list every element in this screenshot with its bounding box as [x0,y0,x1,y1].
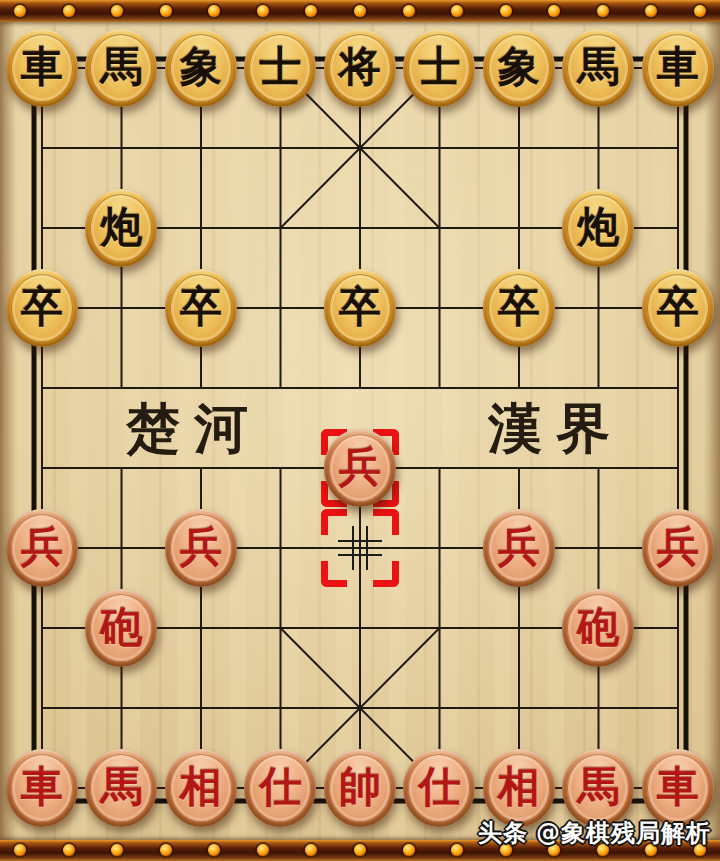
intersection-8-3[interactable]: 卒 [638,268,718,348]
piece-red-cannon[interactable]: 砲 [562,589,634,667]
intersection-1-3[interactable] [82,268,162,348]
piece-red-general[interactable]: 帥 [324,749,396,827]
piece-character: 馬 [100,46,142,90]
rivet-stud-icon [160,844,172,856]
intersection-6-0[interactable]: 象 [479,28,559,108]
piece-black-soldier[interactable]: 卒 [642,269,714,347]
piece-red-chariot[interactable]: 車 [642,749,714,827]
rivet-stud-icon [111,844,123,856]
intersection-8-8[interactable] [638,668,718,748]
rivet-stud-icon [14,5,26,17]
watermark: 头条@象棋残局解析 [478,817,711,849]
xiangqi-app: 楚河 漢界 車馬象士将士象馬車炮炮卒卒卒卒卒兵兵兵兵兵砲砲車馬相仕帥仕相馬車 头… [0,0,720,861]
intersection-2-9[interactable]: 相 [161,748,241,828]
piece-character: 卒 [180,286,222,330]
intersection-7-1[interactable] [559,108,639,188]
rivet-stud-icon [500,5,512,17]
intersection-1-2[interactable]: 炮 [82,188,162,268]
piece-character: 兵 [180,526,222,570]
intersection-5-2[interactable] [400,188,480,268]
piece-red-soldier[interactable]: 兵 [483,509,555,587]
intersection-3-2[interactable] [241,188,321,268]
intersection-3-9[interactable]: 仕 [241,748,321,828]
piece-black-horse[interactable]: 馬 [85,29,157,107]
intersection-3-4[interactable] [241,348,321,428]
piece-character: 卒 [657,286,699,330]
intersection-5-1[interactable] [400,108,480,188]
intersection-6-8[interactable] [479,668,559,748]
piece-character: 馬 [100,766,142,810]
intersection-1-6[interactable] [82,508,162,588]
piece-red-chariot[interactable]: 車 [6,749,78,827]
intersection-2-3[interactable]: 卒 [161,268,241,348]
piece-red-soldier[interactable]: 兵 [165,509,237,587]
rivet-stud-icon [451,5,463,17]
intersection-1-5[interactable] [82,428,162,508]
piece-character: 兵 [498,526,540,570]
intersection-6-7[interactable] [479,588,559,668]
piece-red-elephant[interactable]: 相 [165,749,237,827]
piece-character: 炮 [577,206,619,250]
intersection-0-0[interactable]: 車 [2,28,82,108]
piece-character: 仕 [259,766,301,810]
piece-character: 象 [498,46,540,90]
piece-black-soldier[interactable]: 卒 [483,269,555,347]
intersection-5-4[interactable] [400,348,480,428]
intersection-3-6[interactable] [241,508,321,588]
intersection-7-2[interactable]: 炮 [559,188,639,268]
intersection-8-9[interactable]: 車 [638,748,718,828]
intersection-6-1[interactable] [479,108,559,188]
decorative-top-rail [0,0,720,22]
piece-red-elephant[interactable]: 相 [483,749,555,827]
intersection-8-2[interactable] [638,188,718,268]
piece-red-cannon[interactable]: 砲 [85,589,157,667]
rivet-stud-icon [597,5,609,17]
intersection-5-9[interactable]: 仕 [400,748,480,828]
piece-character: 兵 [21,526,63,570]
intersection-8-4[interactable] [638,348,718,428]
piece-character: 卒 [21,286,63,330]
rivet-stud-icon [305,844,317,856]
intersection-0-6[interactable]: 兵 [2,508,82,588]
intersection-4-3[interactable]: 卒 [320,268,400,348]
intersection-2-5[interactable] [161,428,241,508]
intersection-4-5[interactable]: 兵 [320,428,400,508]
intersection-6-3[interactable]: 卒 [479,268,559,348]
rivet-stud-icon [354,5,366,17]
intersection-6-2[interactable] [479,188,559,268]
piece-black-cannon[interactable]: 炮 [562,189,634,267]
intersection-2-0[interactable]: 象 [161,28,241,108]
intersection-4-9[interactable]: 帥 [320,748,400,828]
piece-red-advisor[interactable]: 仕 [244,749,316,827]
intersection-5-0[interactable]: 士 [400,28,480,108]
piece-red-horse[interactable]: 馬 [562,749,634,827]
piece-character: 卒 [498,286,540,330]
intersection-0-2[interactable] [2,188,82,268]
piece-black-chariot[interactable]: 車 [642,29,714,107]
intersection-4-6[interactable] [320,508,400,588]
piece-red-soldier[interactable]: 兵 [6,509,78,587]
intersection-7-0[interactable]: 馬 [559,28,639,108]
piece-character: 仕 [418,766,460,810]
piece-character: 車 [21,46,63,90]
piece-character: 炮 [100,206,142,250]
piece-black-soldier[interactable]: 卒 [324,269,396,347]
intersection-3-8[interactable] [241,668,321,748]
intersection-5-6[interactable] [400,508,480,588]
intersection-8-5[interactable] [638,428,718,508]
piece-character: 兵 [657,526,699,570]
rivet-stud-icon [208,5,220,17]
piece-black-cannon[interactable]: 炮 [85,189,157,267]
piece-black-advisor[interactable]: 士 [244,29,316,107]
rivet-stud-icon [111,5,123,17]
intersection-8-6[interactable]: 兵 [638,508,718,588]
rivet-stud-icon [63,5,75,17]
rivet-stud-icon [257,844,269,856]
intersection-8-0[interactable]: 車 [638,28,718,108]
piece-character: 馬 [577,766,619,810]
intersection-2-6[interactable]: 兵 [161,508,241,588]
piece-character: 馬 [577,46,619,90]
intersection-2-4[interactable] [161,348,241,428]
rivet-stud-icon [548,5,560,17]
intersection-0-5[interactable] [2,428,82,508]
piece-black-horse[interactable]: 馬 [562,29,634,107]
intersection-5-3[interactable] [400,268,480,348]
intersection-6-5[interactable] [479,428,559,508]
intersection-7-7[interactable]: 砲 [559,588,639,668]
watermark-brand: 头条 [478,819,528,847]
intersection-3-5[interactable] [241,428,321,508]
piece-black-elephant[interactable]: 象 [483,29,555,107]
intersection-7-8[interactable] [559,668,639,748]
intersection-4-8[interactable] [320,668,400,748]
piece-red-soldier[interactable]: 兵 [324,429,396,507]
piece-character: 士 [418,46,460,90]
intersection-2-2[interactable] [161,188,241,268]
intersection-1-4[interactable] [82,348,162,428]
piece-black-general[interactable]: 将 [324,29,396,107]
xiangqi-board[interactable]: 車馬象士将士象馬車炮炮卒卒卒卒卒兵兵兵兵兵砲砲車馬相仕帥仕相馬車 [2,28,718,828]
intersection-1-0[interactable]: 馬 [82,28,162,108]
intersection-4-1[interactable] [320,108,400,188]
piece-character: 兵 [339,446,381,490]
intersection-7-9[interactable]: 馬 [559,748,639,828]
piece-red-soldier[interactable]: 兵 [642,509,714,587]
rivet-stud-icon [403,5,415,17]
piece-character: 車 [657,766,699,810]
piece-black-advisor[interactable]: 士 [403,29,475,107]
piece-black-soldier[interactable]: 卒 [6,269,78,347]
intersection-0-9[interactable]: 車 [2,748,82,828]
piece-character: 士 [259,46,301,90]
intersection-4-0[interactable]: 将 [320,28,400,108]
intersection-2-7[interactable] [161,588,241,668]
intersection-8-7[interactable] [638,588,718,668]
intersection-8-1[interactable] [638,108,718,188]
intersection-4-2[interactable] [320,188,400,268]
intersection-1-1[interactable] [82,108,162,188]
intersection-6-9[interactable]: 相 [479,748,559,828]
intersection-5-7[interactable] [400,588,480,668]
intersection-5-5[interactable] [400,428,480,508]
intersection-1-9[interactable]: 馬 [82,748,162,828]
intersection-7-3[interactable] [559,268,639,348]
intersection-3-3[interactable] [241,268,321,348]
rivet-stud-icon [645,5,657,17]
intersection-3-1[interactable] [241,108,321,188]
rivet-stud-icon [694,5,706,17]
piece-character: 車 [21,766,63,810]
piece-character: 帥 [339,766,381,810]
intersection-0-1[interactable] [2,108,82,188]
piece-character: 車 [657,46,699,90]
intersection-0-3[interactable]: 卒 [2,268,82,348]
rivet-stud-icon [14,844,26,856]
intersection-4-7[interactable] [320,588,400,668]
intersection-7-6[interactable] [559,508,639,588]
rivet-stud-icon [403,844,415,856]
piece-character: 卒 [339,286,381,330]
intersection-0-4[interactable] [2,348,82,428]
rivet-stud-icon [451,844,463,856]
intersection-2-1[interactable] [161,108,241,188]
rivet-stud-icon [208,844,220,856]
intersection-1-7[interactable]: 砲 [82,588,162,668]
rivet-stud-icon [354,844,366,856]
intersection-5-8[interactable] [400,668,480,748]
intersection-6-6[interactable]: 兵 [479,508,559,588]
intersection-7-4[interactable] [559,348,639,428]
intersection-6-4[interactable] [479,348,559,428]
intersection-7-5[interactable] [559,428,639,508]
piece-character: 象 [180,46,222,90]
piece-red-advisor[interactable]: 仕 [403,749,475,827]
piece-black-chariot[interactable]: 車 [6,29,78,107]
intersection-0-7[interactable] [2,588,82,668]
rivet-stud-icon [257,5,269,17]
intersection-3-7[interactable] [241,588,321,668]
piece-black-elephant[interactable]: 象 [165,29,237,107]
intersection-1-8[interactable] [82,668,162,748]
intersection-2-8[interactable] [161,668,241,748]
rivet-stud-icon [160,5,172,17]
rivet-stud-icon [63,844,75,856]
piece-character: 砲 [577,606,619,650]
piece-character: 相 [180,766,222,810]
piece-character: 砲 [100,606,142,650]
piece-red-horse[interactable]: 馬 [85,749,157,827]
piece-black-soldier[interactable]: 卒 [165,269,237,347]
piece-character: 相 [498,766,540,810]
piece-character: 将 [339,46,381,90]
watermark-handle: @象棋残局解析 [536,819,711,847]
rivet-stud-icon [305,5,317,17]
intersection-3-0[interactable]: 士 [241,28,321,108]
intersection-4-4[interactable] [320,348,400,428]
intersection-0-8[interactable] [2,668,82,748]
